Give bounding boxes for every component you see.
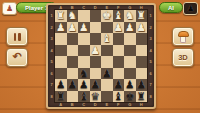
square-a1[interactable]: ♜ — [55, 10, 67, 22]
square-e8[interactable] — [101, 91, 113, 103]
square-f7[interactable]: ♟ — [113, 79, 125, 91]
square-d3[interactable] — [90, 33, 102, 45]
player1-name-label: Player 1 — [25, 5, 48, 11]
square-a5[interactable] — [55, 56, 67, 68]
square-f5[interactable] — [113, 56, 125, 68]
player2-name-pill: AI — [159, 2, 183, 13]
black-pawn[interactable]: ♟ — [102, 68, 111, 80]
chess-board: ABCDEFGH ABCDEFGH 12345678 12345678 ♜♞♚♝… — [46, 3, 156, 109]
square-e6[interactable]: ♟ — [101, 68, 113, 80]
rank-labels-left: 12345678 — [48, 10, 55, 102]
black-pawn-icon: ♟ — [187, 5, 194, 13]
white-king[interactable]: ♚ — [102, 10, 111, 22]
black-rook[interactable]: ♜ — [56, 91, 65, 103]
square-c3[interactable] — [78, 33, 90, 45]
square-c7[interactable]: ♟ — [78, 79, 90, 91]
square-b3[interactable] — [67, 33, 79, 45]
rank-label: 8 — [48, 91, 55, 103]
square-a8[interactable]: ♜ — [55, 91, 67, 103]
square-g1[interactable]: ♞ — [124, 10, 136, 22]
black-pawn[interactable]: ♟ — [114, 79, 123, 91]
file-label: C — [78, 102, 90, 107]
square-f4[interactable] — [113, 45, 125, 57]
hint-lamp-icon — [178, 31, 189, 43]
square-h8[interactable]: ♜ — [136, 91, 148, 103]
hint-button[interactable] — [172, 27, 194, 46]
white-bishop[interactable]: ♝ — [102, 33, 111, 45]
square-b1[interactable]: ♞ — [67, 10, 79, 22]
white-pawn[interactable]: ♟ — [79, 22, 88, 34]
rank-labels-right: 12345678 — [147, 10, 154, 102]
rank-label: 2 — [147, 22, 154, 34]
square-e3[interactable]: ♝ — [101, 33, 113, 45]
rank-label: 8 — [147, 91, 154, 103]
white-knight[interactable]: ♞ — [68, 10, 77, 22]
black-rook[interactable]: ♜ — [137, 91, 146, 103]
square-c4[interactable] — [78, 45, 90, 57]
file-label: H — [136, 102, 148, 107]
white-pawn[interactable]: ♟ — [137, 22, 146, 34]
square-h4[interactable] — [136, 45, 148, 57]
rank-label: 4 — [48, 45, 55, 57]
square-b8[interactable] — [67, 91, 79, 103]
square-e4[interactable] — [101, 45, 113, 57]
square-h7[interactable]: ♟ — [136, 79, 148, 91]
square-d1[interactable] — [90, 10, 102, 22]
square-a3[interactable] — [55, 33, 67, 45]
black-king[interactable]: ♚ — [125, 91, 134, 103]
black-pawn[interactable]: ♟ — [137, 79, 146, 91]
white-pawn[interactable]: ♟ — [68, 22, 77, 34]
square-g3[interactable] — [124, 33, 136, 45]
square-e1[interactable]: ♚ — [101, 10, 113, 22]
pause-button[interactable] — [6, 27, 28, 46]
rank-label: 1 — [147, 10, 154, 22]
file-label: G — [124, 102, 136, 107]
app-root: ♟ Player 1 AI ♟ ↶ 3D ABCDEFGH ABCDEFGH 1… — [0, 0, 200, 113]
undo-button[interactable]: ↶ — [6, 48, 28, 67]
player2-side-badge: ♟ — [183, 2, 198, 15]
square-d2[interactable] — [90, 22, 102, 34]
square-c1[interactable] — [78, 10, 90, 22]
square-d8[interactable]: ♛ — [90, 91, 102, 103]
file-labels-bottom: ABCDEFGH — [55, 102, 147, 107]
rank-label: 7 — [147, 79, 154, 91]
file-label: F — [113, 102, 125, 107]
black-pawn[interactable]: ♟ — [68, 79, 77, 91]
square-c8[interactable]: ♝ — [78, 91, 90, 103]
black-pawn[interactable]: ♟ — [56, 79, 65, 91]
black-pawn[interactable]: ♟ — [125, 79, 134, 91]
rank-label: 1 — [48, 10, 55, 22]
black-pawn[interactable]: ♟ — [79, 79, 88, 91]
square-f3[interactable] — [113, 33, 125, 45]
square-h5[interactable] — [136, 56, 148, 68]
player2-name-label: AI — [168, 5, 174, 11]
white-bishop[interactable]: ♝ — [114, 10, 123, 22]
square-d5[interactable] — [90, 56, 102, 68]
rank-label: 2 — [48, 22, 55, 34]
rank-label: 5 — [147, 56, 154, 68]
square-a7[interactable]: ♟ — [55, 79, 67, 91]
rank-label: 3 — [147, 33, 154, 45]
square-b4[interactable] — [67, 45, 79, 57]
square-f2[interactable]: ♟ — [113, 22, 125, 34]
square-b7[interactable]: ♟ — [67, 79, 79, 91]
square-g5[interactable] — [124, 56, 136, 68]
black-pawn[interactable]: ♟ — [91, 79, 100, 91]
square-e5[interactable] — [101, 56, 113, 68]
pause-icon — [14, 33, 21, 41]
file-label: E — [101, 102, 113, 107]
file-label: D — [90, 102, 102, 107]
square-a2[interactable]: ♟ — [55, 22, 67, 34]
square-f1[interactable]: ♝ — [113, 10, 125, 22]
square-g2[interactable]: ♟ — [124, 22, 136, 34]
square-d4[interactable]: ♟ — [90, 45, 102, 57]
white-pawn-icon: ♟ — [6, 5, 13, 13]
white-rook[interactable]: ♜ — [56, 10, 65, 22]
file-label: B — [67, 102, 79, 107]
white-knight[interactable]: ♞ — [125, 10, 134, 22]
square-h3[interactable] — [136, 33, 148, 45]
square-c2[interactable]: ♟ — [78, 22, 90, 34]
rank-label: 5 — [48, 56, 55, 68]
rank-label: 4 — [147, 45, 154, 57]
square-a4[interactable] — [55, 45, 67, 57]
square-b5[interactable] — [67, 56, 79, 68]
white-pawn[interactable]: ♟ — [91, 45, 100, 57]
square-d7[interactable]: ♟ — [90, 79, 102, 91]
white-rook[interactable]: ♜ — [137, 10, 146, 22]
square-h2[interactable]: ♟ — [136, 22, 148, 34]
file-label: A — [55, 102, 67, 107]
white-pawn[interactable]: ♟ — [125, 22, 134, 34]
player1-side-badge: ♟ — [2, 2, 17, 15]
square-g4[interactable] — [124, 45, 136, 57]
black-bishop[interactable]: ♝ — [79, 91, 88, 103]
square-h1[interactable]: ♜ — [136, 10, 148, 22]
white-pawn[interactable]: ♟ — [114, 22, 123, 34]
square-c5[interactable] — [78, 56, 90, 68]
rank-label: 7 — [48, 79, 55, 91]
rank-label: 6 — [147, 68, 154, 80]
view-3d-label: 3D — [178, 53, 188, 62]
undo-arrow-icon: ↶ — [12, 51, 21, 62]
white-pawn[interactable]: ♟ — [56, 22, 65, 34]
square-b2[interactable]: ♟ — [67, 22, 79, 34]
rank-label: 3 — [48, 33, 55, 45]
black-queen[interactable]: ♛ — [91, 91, 100, 103]
rank-label: 6 — [48, 68, 55, 80]
black-bishop[interactable]: ♝ — [114, 91, 123, 103]
square-g8[interactable]: ♚ — [124, 91, 136, 103]
board-squares: ♜♞♚♝♞♜♟♟♟♟♟♟♝♟♞♟♟♟♟♟♟♟♟♜♝♛♝♚♜ — [55, 10, 147, 102]
square-f8[interactable]: ♝ — [113, 91, 125, 103]
square-g7[interactable]: ♟ — [124, 79, 136, 91]
view-3d-button[interactable]: 3D — [172, 48, 194, 67]
square-e7[interactable] — [101, 79, 113, 91]
